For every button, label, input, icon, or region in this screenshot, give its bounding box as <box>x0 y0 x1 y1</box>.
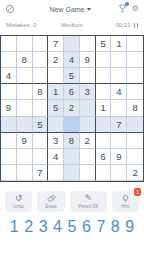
cell-r8c2[interactable] <box>17 149 33 165</box>
cell-r5c7[interactable]: 1 <box>96 100 112 116</box>
cell-r7c2[interactable]: 9 <box>17 133 33 149</box>
cell-r5c4[interactable]: 5 <box>48 100 64 116</box>
cell-r2c7[interactable] <box>96 52 112 68</box>
cell-r7c8[interactable] <box>111 133 127 149</box>
cell-r4c3[interactable]: 8 <box>33 84 49 100</box>
notification-dot <box>125 2 129 6</box>
settings-gear-icon[interactable]: ⚙ <box>132 5 139 13</box>
page-title: New Game <box>49 6 84 13</box>
pause-button[interactable] <box>134 23 139 28</box>
cell-r4c2[interactable] <box>17 84 33 100</box>
cell-r6c5[interactable] <box>64 117 80 133</box>
cell-r9c9[interactable]: 2 <box>127 165 143 181</box>
cell-r1c1[interactable] <box>1 36 17 52</box>
difficulty-label: Medium <box>48 22 96 28</box>
cell-r2c8[interactable] <box>111 52 127 68</box>
cell-r7c5[interactable]: 8 <box>64 133 80 149</box>
sudoku-app: New Game ⚙ Mistakes: 0 Medium 00:21 7518… <box>0 0 144 256</box>
cell-r8c4[interactable]: 4 <box>48 149 64 165</box>
cell-r9c7[interactable] <box>96 165 112 181</box>
erase-button[interactable]: Erase <box>37 191 64 212</box>
cell-r6c7[interactable] <box>96 117 112 133</box>
cell-r2c2[interactable]: 8 <box>17 52 33 68</box>
cell-r1c5[interactable] <box>64 36 80 52</box>
cell-r9c3[interactable]: 7 <box>33 165 49 181</box>
cell-r2c1[interactable] <box>1 52 17 68</box>
cell-r5c1[interactable]: 9 <box>1 100 17 116</box>
cell-r8c1[interactable] <box>1 149 17 165</box>
cell-r3c5[interactable]: 5 <box>64 68 80 84</box>
cell-r6c6[interactable] <box>80 117 96 133</box>
numpad-3[interactable]: 3 <box>36 218 50 236</box>
numpad-5[interactable]: 5 <box>65 218 79 236</box>
cell-r1c7[interactable]: 5 <box>96 36 112 52</box>
cell-r1c3[interactable] <box>33 36 49 52</box>
cell-r9c4[interactable] <box>48 165 64 181</box>
cell-r7c6[interactable]: 2 <box>80 133 96 149</box>
cell-r4c5[interactable]: 6 <box>64 84 80 100</box>
cell-r3c3[interactable] <box>33 68 49 84</box>
cell-r5c2[interactable] <box>17 100 33 116</box>
cell-r9c6[interactable] <box>80 165 96 181</box>
cell-r1c2[interactable] <box>17 36 33 52</box>
cell-r8c5[interactable] <box>64 149 80 165</box>
cell-r4c9[interactable] <box>127 84 143 100</box>
trophy-button[interactable] <box>118 4 127 14</box>
numpad-8[interactable]: 8 <box>108 218 122 236</box>
cell-r4c6[interactable]: 3 <box>80 84 96 100</box>
cell-r9c5[interactable] <box>64 165 80 181</box>
undo-label: Undo <box>13 204 24 209</box>
numpad: 123456789 <box>0 218 144 236</box>
cell-r6c3[interactable]: 5 <box>33 117 49 133</box>
cell-r5c3[interactable] <box>33 100 49 116</box>
cell-r7c7[interactable] <box>96 133 112 149</box>
hint-label: Hint <box>121 204 129 209</box>
cell-r4c8[interactable]: 4 <box>111 84 127 100</box>
cell-r9c2[interactable] <box>17 165 33 181</box>
hint-badge: 1 <box>134 188 141 196</box>
pencil-toggle-button[interactable]: ✎ Pencil Off <box>70 191 107 212</box>
pencil-icon: ✎ <box>84 194 92 204</box>
cell-r3c7[interactable] <box>96 68 112 84</box>
cell-r6c1[interactable] <box>1 117 17 133</box>
cell-r9c8[interactable] <box>111 165 127 181</box>
cell-r4c7[interactable] <box>96 84 112 100</box>
sudoku-board: 751824945816349521857938246972 <box>0 35 144 182</box>
cell-r5c6[interactable] <box>80 100 96 116</box>
cell-r8c8[interactable]: 9 <box>111 149 127 165</box>
cell-r2c4[interactable]: 2 <box>48 52 64 68</box>
cell-r2c6[interactable]: 9 <box>80 52 96 68</box>
new-game-dropdown[interactable]: New Game <box>27 6 113 13</box>
cell-r7c4[interactable]: 3 <box>48 133 64 149</box>
cell-r6c2[interactable] <box>17 117 33 133</box>
cell-r2c9[interactable] <box>127 52 143 68</box>
numpad-4[interactable]: 4 <box>50 218 64 236</box>
cell-r3c6[interactable] <box>80 68 96 84</box>
numpad-7[interactable]: 7 <box>94 218 108 236</box>
pencil-label: Pencil Off <box>78 204 97 209</box>
cell-r6c9[interactable] <box>127 117 143 133</box>
numpad-2[interactable]: 2 <box>21 218 35 236</box>
cell-r3c8[interactable] <box>111 68 127 84</box>
no-ads-icon[interactable] <box>5 4 15 14</box>
header: New Game ⚙ <box>0 0 144 18</box>
erase-label: Erase <box>45 204 57 209</box>
cell-r3c2[interactable] <box>17 68 33 84</box>
cell-r4c4[interactable]: 1 <box>48 84 64 100</box>
numpad-9[interactable]: 9 <box>123 218 137 236</box>
cell-r6c8[interactable]: 7 <box>111 117 127 133</box>
numpad-1[interactable]: 1 <box>7 218 21 236</box>
cell-r7c9[interactable] <box>127 133 143 149</box>
undo-icon: ↺ <box>15 194 23 204</box>
cell-r7c3[interactable] <box>33 133 49 149</box>
status-bar: Mistakes: 0 Medium 00:21 <box>0 18 144 32</box>
lightbulb-icon <box>121 194 130 204</box>
cell-r8c7[interactable]: 6 <box>96 149 112 165</box>
cell-r8c9[interactable] <box>127 149 143 165</box>
cell-r4c1[interactable] <box>1 84 17 100</box>
cell-r1c9[interactable] <box>127 36 143 52</box>
cell-r1c4[interactable]: 7 <box>48 36 64 52</box>
cell-r1c8[interactable]: 1 <box>111 36 127 52</box>
chevron-down-icon <box>87 8 91 11</box>
cell-r3c9[interactable] <box>127 68 143 84</box>
cell-r3c4[interactable] <box>48 68 64 84</box>
cell-r5c8[interactable] <box>111 100 127 116</box>
undo-button[interactable]: ↺ Undo <box>5 191 32 212</box>
cell-r1c6[interactable] <box>80 36 96 52</box>
toolbar: ↺ Undo Erase ✎ Pencil Off <box>0 191 144 212</box>
cell-r2c3[interactable] <box>33 52 49 68</box>
timer: 00:21 <box>115 22 130 28</box>
numpad-6[interactable]: 6 <box>79 218 93 236</box>
cell-r9c1[interactable] <box>1 165 17 181</box>
cell-r5c5[interactable]: 2 <box>64 100 80 116</box>
cell-r2c5[interactable]: 4 <box>64 52 80 68</box>
cell-r7c1[interactable] <box>1 133 17 149</box>
cell-r8c6[interactable] <box>80 149 96 165</box>
cell-r3c1[interactable]: 4 <box>1 68 17 84</box>
mistakes-counter: Mistakes: 0 <box>6 22 48 28</box>
cell-r6c4[interactable] <box>48 117 64 133</box>
hint-button[interactable]: Hint 1 <box>112 191 139 212</box>
cell-r8c3[interactable] <box>33 149 49 165</box>
cell-r5c9[interactable]: 8 <box>127 100 143 116</box>
eraser-icon <box>47 194 56 204</box>
